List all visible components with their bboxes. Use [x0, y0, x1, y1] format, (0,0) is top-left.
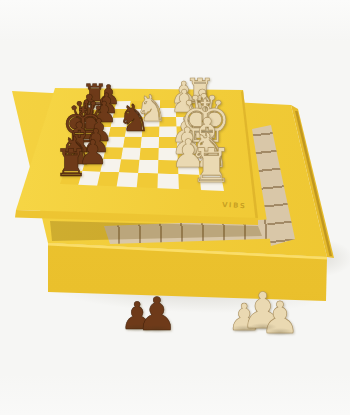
- pawn-contact-shadow: [143, 325, 171, 333]
- square-d4: [142, 127, 160, 137]
- square-a2: [175, 99, 192, 108]
- square-d2: [176, 126, 195, 137]
- square-c4: [143, 117, 160, 127]
- square-f1: [196, 148, 218, 161]
- square-h4: [137, 173, 158, 188]
- square-d5: [125, 127, 143, 137]
- square-g4: [138, 160, 158, 174]
- square-d3: [159, 126, 177, 136]
- square-e4: [141, 137, 159, 148]
- square-g2: [178, 161, 200, 175]
- square-c2: [176, 117, 194, 127]
- square-f6: [103, 147, 123, 159]
- square-b1: [192, 107, 210, 116]
- square-g1: [198, 161, 221, 175]
- square-g3: [158, 160, 178, 174]
- square-g5: [119, 159, 139, 173]
- square-h1: [199, 175, 224, 191]
- square-e3: [159, 137, 178, 148]
- square-f4: [139, 148, 158, 160]
- square-g6: [100, 159, 121, 172]
- square-b2: [176, 108, 193, 117]
- square-f5: [121, 148, 141, 160]
- square-b5: [128, 109, 144, 118]
- square-h2: [178, 174, 201, 190]
- square-b4: [144, 108, 160, 117]
- square-e2: [177, 137, 197, 149]
- square-e5: [123, 137, 142, 148]
- square-e6: [106, 137, 125, 148]
- square-c6: [111, 117, 128, 126]
- square-d6: [108, 127, 126, 137]
- pawn-contact-shadow: [266, 328, 294, 336]
- square-f2: [177, 148, 198, 161]
- square-a3: [160, 100, 176, 109]
- square-b6: [113, 109, 130, 118]
- square-d1: [194, 126, 214, 137]
- square-h5: [117, 172, 139, 187]
- pawn-contact-shadow: [123, 324, 151, 332]
- pawn-contact-shadow: [230, 325, 258, 333]
- square-h3: [157, 173, 178, 189]
- square-c1: [193, 116, 212, 126]
- chess-set-product-photo: VIBS ♜♝♛♚♝♞♜♟♟♟♟♟♟♞♞♟♟♟♟♟♜♝♛♚♝♞♜ ♟♟♟♟♟: [0, 0, 350, 415]
- square-e1: [195, 137, 216, 149]
- pawn-contact-shadow: [249, 323, 277, 331]
- square-f3: [158, 148, 177, 161]
- chessboard: [60, 99, 224, 191]
- square-a1: [191, 99, 209, 108]
- square-c5: [126, 117, 143, 126]
- square-h6: [97, 172, 119, 187]
- square-b3: [160, 108, 176, 117]
- square-c3: [159, 117, 176, 127]
